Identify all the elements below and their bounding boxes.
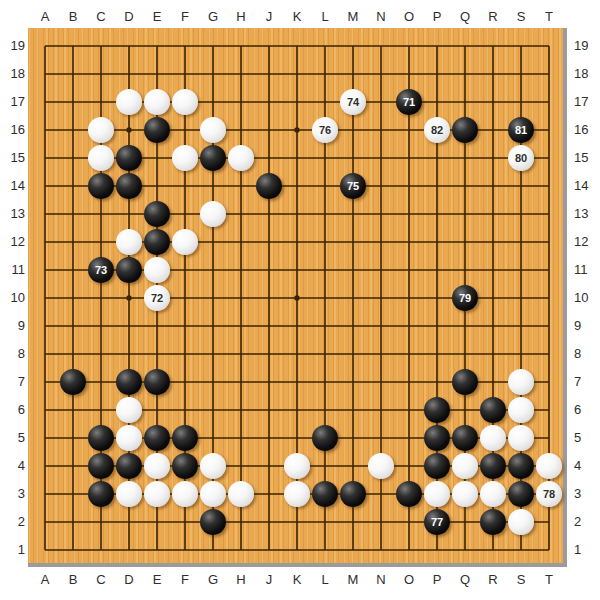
intersection-k10[interactable] (283, 284, 311, 312)
intersection-n19[interactable] (367, 32, 395, 60)
intersection-e12[interactable] (143, 228, 171, 256)
intersection-c5[interactable] (87, 424, 115, 452)
intersection-l12[interactable] (311, 228, 339, 256)
intersection-d14[interactable] (115, 172, 143, 200)
intersection-a13[interactable] (31, 200, 59, 228)
intersection-p2[interactable]: 77 (423, 508, 451, 536)
intersection-r13[interactable] (479, 200, 507, 228)
intersection-a6[interactable] (31, 396, 59, 424)
intersection-j7[interactable] (255, 368, 283, 396)
intersection-b8[interactable] (59, 340, 87, 368)
intersection-b10[interactable] (59, 284, 87, 312)
intersection-d16[interactable] (115, 116, 143, 144)
intersection-h4[interactable] (227, 452, 255, 480)
intersection-a16[interactable] (31, 116, 59, 144)
intersection-g11[interactable] (199, 256, 227, 284)
intersection-k3[interactable] (283, 480, 311, 508)
intersection-h5[interactable] (227, 424, 255, 452)
intersection-j16[interactable] (255, 116, 283, 144)
intersection-b2[interactable] (59, 508, 87, 536)
intersection-q7[interactable] (451, 368, 479, 396)
intersection-q19[interactable] (451, 32, 479, 60)
intersection-a12[interactable] (31, 228, 59, 256)
intersection-j5[interactable] (255, 424, 283, 452)
intersection-o6[interactable] (395, 396, 423, 424)
intersection-j3[interactable] (255, 480, 283, 508)
intersection-c12[interactable] (87, 228, 115, 256)
intersection-r18[interactable] (479, 60, 507, 88)
intersection-d6[interactable] (115, 396, 143, 424)
intersection-k2[interactable] (283, 508, 311, 536)
intersection-m4[interactable] (339, 452, 367, 480)
intersection-e6[interactable] (143, 396, 171, 424)
intersection-p10[interactable] (423, 284, 451, 312)
intersection-t2[interactable] (535, 508, 563, 536)
intersection-m17[interactable]: 74 (339, 88, 367, 116)
intersection-a15[interactable] (31, 144, 59, 172)
intersection-g2[interactable] (199, 508, 227, 536)
intersection-k9[interactable] (283, 312, 311, 340)
intersection-f11[interactable] (171, 256, 199, 284)
intersection-g5[interactable] (199, 424, 227, 452)
intersection-h3[interactable] (227, 480, 255, 508)
intersection-r16[interactable] (479, 116, 507, 144)
intersection-e7[interactable] (143, 368, 171, 396)
intersection-p3[interactable] (423, 480, 451, 508)
intersection-h8[interactable] (227, 340, 255, 368)
intersection-j19[interactable] (255, 32, 283, 60)
intersection-c8[interactable] (87, 340, 115, 368)
intersection-d1[interactable] (115, 536, 143, 564)
intersection-h19[interactable] (227, 32, 255, 60)
intersection-m14[interactable]: 75 (339, 172, 367, 200)
intersection-g18[interactable] (199, 60, 227, 88)
intersection-s8[interactable] (507, 340, 535, 368)
intersection-r5[interactable] (479, 424, 507, 452)
intersection-o1[interactable] (395, 536, 423, 564)
intersection-t4[interactable] (535, 452, 563, 480)
intersection-h9[interactable] (227, 312, 255, 340)
intersection-s4[interactable] (507, 452, 535, 480)
intersection-s19[interactable] (507, 32, 535, 60)
intersection-r7[interactable] (479, 368, 507, 396)
intersection-l2[interactable] (311, 508, 339, 536)
intersection-d4[interactable] (115, 452, 143, 480)
intersection-e18[interactable] (143, 60, 171, 88)
intersection-f15[interactable] (171, 144, 199, 172)
intersection-r2[interactable] (479, 508, 507, 536)
intersection-e10[interactable]: 72 (143, 284, 171, 312)
intersection-k4[interactable] (283, 452, 311, 480)
intersection-k1[interactable] (283, 536, 311, 564)
intersection-l18[interactable] (311, 60, 339, 88)
intersection-l3[interactable] (311, 480, 339, 508)
intersection-b4[interactable] (59, 452, 87, 480)
intersection-r12[interactable] (479, 228, 507, 256)
intersection-p19[interactable] (423, 32, 451, 60)
intersection-j12[interactable] (255, 228, 283, 256)
intersection-p4[interactable] (423, 452, 451, 480)
intersection-g1[interactable] (199, 536, 227, 564)
intersection-a14[interactable] (31, 172, 59, 200)
intersection-k16[interactable] (283, 116, 311, 144)
intersection-g17[interactable] (199, 88, 227, 116)
intersection-o12[interactable] (395, 228, 423, 256)
intersection-j10[interactable] (255, 284, 283, 312)
intersection-o14[interactable] (395, 172, 423, 200)
intersection-o17[interactable]: 71 (395, 88, 423, 116)
intersection-d18[interactable] (115, 60, 143, 88)
intersection-q18[interactable] (451, 60, 479, 88)
intersection-d8[interactable] (115, 340, 143, 368)
intersection-b12[interactable] (59, 228, 87, 256)
intersection-g12[interactable] (199, 228, 227, 256)
intersection-e8[interactable] (143, 340, 171, 368)
intersection-q5[interactable] (451, 424, 479, 452)
intersection-p16[interactable]: 82 (423, 116, 451, 144)
intersection-h2[interactable] (227, 508, 255, 536)
intersection-f9[interactable] (171, 312, 199, 340)
intersection-r15[interactable] (479, 144, 507, 172)
intersection-m3[interactable] (339, 480, 367, 508)
intersection-g13[interactable] (199, 200, 227, 228)
intersection-t8[interactable] (535, 340, 563, 368)
intersection-j15[interactable] (255, 144, 283, 172)
intersection-b19[interactable] (59, 32, 87, 60)
intersection-t1[interactable] (535, 536, 563, 564)
intersection-n16[interactable] (367, 116, 395, 144)
intersection-m16[interactable] (339, 116, 367, 144)
intersection-q12[interactable] (451, 228, 479, 256)
intersection-k7[interactable] (283, 368, 311, 396)
intersection-l19[interactable] (311, 32, 339, 60)
intersection-m15[interactable] (339, 144, 367, 172)
intersection-o18[interactable] (395, 60, 423, 88)
intersection-s7[interactable] (507, 368, 535, 396)
intersection-q8[interactable] (451, 340, 479, 368)
intersection-p7[interactable] (423, 368, 451, 396)
intersection-a7[interactable] (31, 368, 59, 396)
intersection-g6[interactable] (199, 396, 227, 424)
intersection-h17[interactable] (227, 88, 255, 116)
intersection-f16[interactable] (171, 116, 199, 144)
intersection-f8[interactable] (171, 340, 199, 368)
intersection-r8[interactable] (479, 340, 507, 368)
intersection-e1[interactable] (143, 536, 171, 564)
intersection-s3[interactable] (507, 480, 535, 508)
intersection-o2[interactable] (395, 508, 423, 536)
intersection-p6[interactable] (423, 396, 451, 424)
intersection-o8[interactable] (395, 340, 423, 368)
intersection-n13[interactable] (367, 200, 395, 228)
intersection-c7[interactable] (87, 368, 115, 396)
intersection-p18[interactable] (423, 60, 451, 88)
intersection-e9[interactable] (143, 312, 171, 340)
intersection-e11[interactable] (143, 256, 171, 284)
intersection-n9[interactable] (367, 312, 395, 340)
intersection-q2[interactable] (451, 508, 479, 536)
intersection-r9[interactable] (479, 312, 507, 340)
intersection-b11[interactable] (59, 256, 87, 284)
intersection-c18[interactable] (87, 60, 115, 88)
intersection-d17[interactable] (115, 88, 143, 116)
intersection-g4[interactable] (199, 452, 227, 480)
intersection-e5[interactable] (143, 424, 171, 452)
intersection-d12[interactable] (115, 228, 143, 256)
intersection-l16[interactable]: 76 (311, 116, 339, 144)
intersection-p12[interactable] (423, 228, 451, 256)
intersection-c14[interactable] (87, 172, 115, 200)
intersection-t7[interactable] (535, 368, 563, 396)
intersection-l15[interactable] (311, 144, 339, 172)
intersection-d2[interactable] (115, 508, 143, 536)
intersection-s1[interactable] (507, 536, 535, 564)
intersection-s16[interactable]: 81 (507, 116, 535, 144)
intersection-j11[interactable] (255, 256, 283, 284)
intersection-f4[interactable] (171, 452, 199, 480)
intersection-b9[interactable] (59, 312, 87, 340)
intersection-b5[interactable] (59, 424, 87, 452)
intersection-q13[interactable] (451, 200, 479, 228)
intersection-b1[interactable] (59, 536, 87, 564)
intersection-a10[interactable] (31, 284, 59, 312)
intersection-c9[interactable] (87, 312, 115, 340)
intersection-o9[interactable] (395, 312, 423, 340)
intersection-t12[interactable] (535, 228, 563, 256)
intersection-l9[interactable] (311, 312, 339, 340)
intersection-m6[interactable] (339, 396, 367, 424)
intersection-p9[interactable] (423, 312, 451, 340)
intersection-e16[interactable] (143, 116, 171, 144)
intersection-g10[interactable] (199, 284, 227, 312)
intersection-s18[interactable] (507, 60, 535, 88)
intersection-j8[interactable] (255, 340, 283, 368)
intersection-m11[interactable] (339, 256, 367, 284)
intersection-k19[interactable] (283, 32, 311, 60)
intersection-a5[interactable] (31, 424, 59, 452)
intersection-k12[interactable] (283, 228, 311, 256)
intersection-a11[interactable] (31, 256, 59, 284)
intersection-l7[interactable] (311, 368, 339, 396)
intersection-f18[interactable] (171, 60, 199, 88)
intersection-j18[interactable] (255, 60, 283, 88)
intersection-b3[interactable] (59, 480, 87, 508)
intersection-k8[interactable] (283, 340, 311, 368)
intersection-q4[interactable] (451, 452, 479, 480)
intersection-c15[interactable] (87, 144, 115, 172)
intersection-h14[interactable] (227, 172, 255, 200)
intersection-q9[interactable] (451, 312, 479, 340)
intersection-s11[interactable] (507, 256, 535, 284)
intersection-a8[interactable] (31, 340, 59, 368)
intersection-h10[interactable] (227, 284, 255, 312)
intersection-l4[interactable] (311, 452, 339, 480)
intersection-n15[interactable] (367, 144, 395, 172)
intersection-f7[interactable] (171, 368, 199, 396)
intersection-k15[interactable] (283, 144, 311, 172)
intersection-p11[interactable] (423, 256, 451, 284)
intersection-c6[interactable] (87, 396, 115, 424)
intersection-j17[interactable] (255, 88, 283, 116)
intersection-p14[interactable] (423, 172, 451, 200)
intersection-e19[interactable] (143, 32, 171, 60)
intersection-e17[interactable] (143, 88, 171, 116)
intersection-r3[interactable] (479, 480, 507, 508)
intersection-t14[interactable] (535, 172, 563, 200)
intersection-f2[interactable] (171, 508, 199, 536)
intersection-n3[interactable] (367, 480, 395, 508)
intersection-d10[interactable] (115, 284, 143, 312)
intersection-n11[interactable] (367, 256, 395, 284)
intersection-n8[interactable] (367, 340, 395, 368)
intersection-t19[interactable] (535, 32, 563, 60)
intersection-n5[interactable] (367, 424, 395, 452)
intersection-f10[interactable] (171, 284, 199, 312)
intersection-d13[interactable] (115, 200, 143, 228)
intersection-p8[interactable] (423, 340, 451, 368)
intersection-b18[interactable] (59, 60, 87, 88)
intersection-j9[interactable] (255, 312, 283, 340)
intersection-s9[interactable] (507, 312, 535, 340)
intersection-f6[interactable] (171, 396, 199, 424)
intersection-l5[interactable] (311, 424, 339, 452)
intersection-h1[interactable] (227, 536, 255, 564)
intersection-b6[interactable] (59, 396, 87, 424)
intersection-j2[interactable] (255, 508, 283, 536)
intersection-b15[interactable] (59, 144, 87, 172)
intersection-d7[interactable] (115, 368, 143, 396)
intersection-n6[interactable] (367, 396, 395, 424)
intersection-c13[interactable] (87, 200, 115, 228)
intersection-s6[interactable] (507, 396, 535, 424)
intersection-k18[interactable] (283, 60, 311, 88)
intersection-c3[interactable] (87, 480, 115, 508)
intersection-b13[interactable] (59, 200, 87, 228)
intersection-m13[interactable] (339, 200, 367, 228)
intersection-s5[interactable] (507, 424, 535, 452)
intersection-r6[interactable] (479, 396, 507, 424)
intersection-r17[interactable] (479, 88, 507, 116)
intersection-l8[interactable] (311, 340, 339, 368)
intersection-s12[interactable] (507, 228, 535, 256)
intersection-j14[interactable] (255, 172, 283, 200)
intersection-h12[interactable] (227, 228, 255, 256)
intersection-t17[interactable] (535, 88, 563, 116)
intersection-o11[interactable] (395, 256, 423, 284)
intersection-g16[interactable] (199, 116, 227, 144)
intersection-r11[interactable] (479, 256, 507, 284)
intersection-q6[interactable] (451, 396, 479, 424)
intersection-t16[interactable] (535, 116, 563, 144)
intersection-o16[interactable] (395, 116, 423, 144)
intersection-s15[interactable]: 80 (507, 144, 535, 172)
intersection-h6[interactable] (227, 396, 255, 424)
intersection-p5[interactable] (423, 424, 451, 452)
intersection-s13[interactable] (507, 200, 535, 228)
intersection-o3[interactable] (395, 480, 423, 508)
intersection-m9[interactable] (339, 312, 367, 340)
intersection-b17[interactable] (59, 88, 87, 116)
intersection-n7[interactable] (367, 368, 395, 396)
intersection-j1[interactable] (255, 536, 283, 564)
intersection-h11[interactable] (227, 256, 255, 284)
intersection-f12[interactable] (171, 228, 199, 256)
intersection-s14[interactable] (507, 172, 535, 200)
intersection-s17[interactable] (507, 88, 535, 116)
intersection-g9[interactable] (199, 312, 227, 340)
intersection-a19[interactable] (31, 32, 59, 60)
intersection-q16[interactable] (451, 116, 479, 144)
intersection-l1[interactable] (311, 536, 339, 564)
intersection-q11[interactable] (451, 256, 479, 284)
intersection-r14[interactable] (479, 172, 507, 200)
intersection-r19[interactable] (479, 32, 507, 60)
intersection-k17[interactable] (283, 88, 311, 116)
intersection-c1[interactable] (87, 536, 115, 564)
intersection-m19[interactable] (339, 32, 367, 60)
intersection-a17[interactable] (31, 88, 59, 116)
intersection-c19[interactable] (87, 32, 115, 60)
intersection-g19[interactable] (199, 32, 227, 60)
intersection-t18[interactable] (535, 60, 563, 88)
intersection-k5[interactable] (283, 424, 311, 452)
intersection-t13[interactable] (535, 200, 563, 228)
intersection-g14[interactable] (199, 172, 227, 200)
intersection-l6[interactable] (311, 396, 339, 424)
intersection-m18[interactable] (339, 60, 367, 88)
intersection-e3[interactable] (143, 480, 171, 508)
intersection-f1[interactable] (171, 536, 199, 564)
intersection-p17[interactable] (423, 88, 451, 116)
intersection-f3[interactable] (171, 480, 199, 508)
intersection-f14[interactable] (171, 172, 199, 200)
intersection-o5[interactable] (395, 424, 423, 452)
intersection-m10[interactable] (339, 284, 367, 312)
intersection-l10[interactable] (311, 284, 339, 312)
intersection-f13[interactable] (171, 200, 199, 228)
intersection-c16[interactable] (87, 116, 115, 144)
intersection-l17[interactable] (311, 88, 339, 116)
intersection-s2[interactable] (507, 508, 535, 536)
intersection-t6[interactable] (535, 396, 563, 424)
intersection-k11[interactable] (283, 256, 311, 284)
intersection-l11[interactable] (311, 256, 339, 284)
intersection-j13[interactable] (255, 200, 283, 228)
intersection-t3[interactable]: 78 (535, 480, 563, 508)
intersection-a2[interactable] (31, 508, 59, 536)
intersection-n2[interactable] (367, 508, 395, 536)
intersection-l13[interactable] (311, 200, 339, 228)
intersection-t9[interactable] (535, 312, 563, 340)
intersection-d11[interactable] (115, 256, 143, 284)
intersection-l14[interactable] (311, 172, 339, 200)
intersection-r4[interactable] (479, 452, 507, 480)
intersection-d5[interactable] (115, 424, 143, 452)
intersection-n18[interactable] (367, 60, 395, 88)
intersection-p15[interactable] (423, 144, 451, 172)
intersection-c10[interactable] (87, 284, 115, 312)
intersection-n14[interactable] (367, 172, 395, 200)
intersection-c4[interactable] (87, 452, 115, 480)
intersection-q14[interactable] (451, 172, 479, 200)
intersection-h13[interactable] (227, 200, 255, 228)
intersection-d9[interactable] (115, 312, 143, 340)
intersection-d15[interactable] (115, 144, 143, 172)
intersection-a1[interactable] (31, 536, 59, 564)
intersection-g7[interactable] (199, 368, 227, 396)
intersection-t10[interactable] (535, 284, 563, 312)
intersection-o10[interactable] (395, 284, 423, 312)
